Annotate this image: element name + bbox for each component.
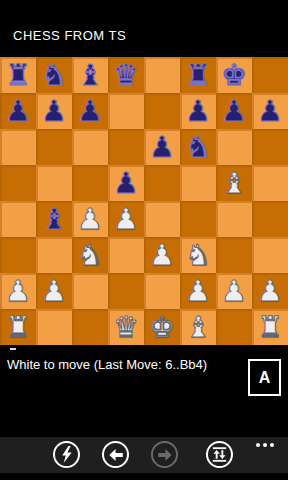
- square-f3[interactable]: ♞: [180, 237, 216, 273]
- flip-board-button[interactable]: [206, 441, 233, 468]
- square-h8[interactable]: [252, 57, 288, 93]
- square-d7[interactable]: [108, 93, 144, 129]
- square-h2[interactable]: ♟: [252, 273, 288, 309]
- square-c3[interactable]: ♞: [72, 237, 108, 273]
- square-f6[interactable]: ♞: [180, 129, 216, 165]
- square-d4[interactable]: ♟: [108, 201, 144, 237]
- square-g5[interactable]: ♝: [216, 165, 252, 201]
- square-b1[interactable]: [36, 309, 72, 345]
- square-c2[interactable]: [72, 273, 108, 309]
- square-h6[interactable]: [252, 129, 288, 165]
- square-h3[interactable]: [252, 237, 288, 273]
- piece-white-bishop: ♝: [180, 309, 216, 345]
- chess-board: ♜♞♝♛♜♚♟♟♟♟♟♟♟♞♟♝♝♟♟♞♟♞♟♟♟♟♟♜♛♚♝♜: [0, 57, 288, 345]
- piece-white-king: ♚: [144, 309, 180, 345]
- square-a5[interactable]: [0, 165, 36, 201]
- square-g7[interactable]: ♟: [216, 93, 252, 129]
- lightning-icon: [57, 445, 76, 464]
- square-e2[interactable]: [144, 273, 180, 309]
- flip-board-icon: [210, 445, 229, 464]
- square-f2[interactable]: ♟: [180, 273, 216, 309]
- square-f5[interactable]: [180, 165, 216, 201]
- piece-black-knight: ♞: [36, 57, 72, 93]
- square-e4[interactable]: [144, 201, 180, 237]
- piece-white-pawn: ♟: [0, 273, 36, 309]
- piece-white-rook: ♜: [0, 309, 36, 345]
- status-text: White to move (Last Move: 6..Bb4): [7, 357, 207, 372]
- hint-button[interactable]: [53, 441, 80, 468]
- redo-button[interactable]: [151, 441, 178, 468]
- piece-white-pawn: ♟: [108, 201, 144, 237]
- piece-black-pawn: ♟: [144, 129, 180, 165]
- square-a3[interactable]: [0, 237, 36, 273]
- square-f1[interactable]: ♝: [180, 309, 216, 345]
- square-g2[interactable]: ♟: [216, 273, 252, 309]
- square-a8[interactable]: ♜: [0, 57, 36, 93]
- piece-white-queen: ♛: [108, 309, 144, 345]
- app-titlebar: CHESS FROM TS: [0, 0, 288, 57]
- ellipsis-icon: [256, 443, 260, 447]
- square-b3[interactable]: [36, 237, 72, 273]
- more-options-button[interactable]: [256, 443, 274, 447]
- square-d3[interactable]: [108, 237, 144, 273]
- square-e3[interactable]: ♟: [144, 237, 180, 273]
- square-e5[interactable]: [144, 165, 180, 201]
- square-b7[interactable]: ♟: [36, 93, 72, 129]
- square-g8[interactable]: ♚: [216, 57, 252, 93]
- piece-black-king: ♚: [216, 57, 252, 93]
- piece-black-pawn: ♟: [72, 93, 108, 129]
- square-f8[interactable]: ♜: [180, 57, 216, 93]
- piece-black-bishop: ♝: [36, 201, 72, 237]
- square-g6[interactable]: [216, 129, 252, 165]
- undo-button[interactable]: [102, 441, 129, 468]
- square-h5[interactable]: [252, 165, 288, 201]
- square-e6[interactable]: ♟: [144, 129, 180, 165]
- piece-black-pawn: ♟: [216, 93, 252, 129]
- square-g1[interactable]: [216, 309, 252, 345]
- square-d6[interactable]: [108, 129, 144, 165]
- piece-white-rook: ♜: [252, 309, 288, 345]
- square-h7[interactable]: ♟: [252, 93, 288, 129]
- arrow-right-icon: [156, 446, 174, 464]
- square-a6[interactable]: [0, 129, 36, 165]
- piece-black-queen: ♛: [108, 57, 144, 93]
- annotation-badge-label: A: [259, 369, 271, 387]
- square-e1[interactable]: ♚: [144, 309, 180, 345]
- piece-black-pawn: ♟: [0, 93, 36, 129]
- square-c7[interactable]: ♟: [72, 93, 108, 129]
- app-screen: CHESS FROM TS ♜♞♝♛♜♚♟♟♟♟♟♟♟♞♟♝♝♟♟♞♟♞♟♟♟♟…: [0, 0, 288, 480]
- piece-black-rook: ♜: [0, 57, 36, 93]
- square-c1[interactable]: [72, 309, 108, 345]
- square-b5[interactable]: [36, 165, 72, 201]
- piece-white-pawn: ♟: [252, 273, 288, 309]
- square-c4[interactable]: ♟: [72, 201, 108, 237]
- square-b8[interactable]: ♞: [36, 57, 72, 93]
- annotation-badge[interactable]: A: [248, 359, 281, 396]
- square-a7[interactable]: ♟: [0, 93, 36, 129]
- piece-white-pawn: ♟: [72, 201, 108, 237]
- square-h1[interactable]: ♜: [252, 309, 288, 345]
- cursor-dash: [10, 348, 16, 350]
- piece-black-knight: ♞: [180, 129, 216, 165]
- square-f7[interactable]: ♟: [180, 93, 216, 129]
- square-b2[interactable]: ♟: [36, 273, 72, 309]
- status-area: White to move (Last Move: 6..Bb4) A: [0, 345, 288, 437]
- app-title: CHESS FROM TS: [13, 28, 126, 43]
- square-b6[interactable]: [36, 129, 72, 165]
- piece-black-pawn: ♟: [36, 93, 72, 129]
- piece-white-pawn: ♟: [180, 273, 216, 309]
- square-c8[interactable]: ♝: [72, 57, 108, 93]
- piece-black-rook: ♜: [180, 57, 216, 93]
- app-bar: [0, 437, 288, 473]
- square-d5[interactable]: ♟: [108, 165, 144, 201]
- square-f4[interactable]: [180, 201, 216, 237]
- square-e7[interactable]: [144, 93, 180, 129]
- piece-white-pawn: ♟: [216, 273, 252, 309]
- piece-white-pawn: ♟: [36, 273, 72, 309]
- piece-white-knight: ♞: [72, 237, 108, 273]
- square-h4[interactable]: [252, 201, 288, 237]
- square-d2[interactable]: [108, 273, 144, 309]
- square-d1[interactable]: ♛: [108, 309, 144, 345]
- piece-white-pawn: ♟: [144, 237, 180, 273]
- square-d8[interactable]: ♛: [108, 57, 144, 93]
- piece-white-bishop: ♝: [216, 165, 252, 201]
- piece-black-pawn: ♟: [108, 165, 144, 201]
- square-a2[interactable]: ♟: [0, 273, 36, 309]
- arrow-left-icon: [107, 446, 125, 464]
- square-c6[interactable]: [72, 129, 108, 165]
- square-a1[interactable]: ♜: [0, 309, 36, 345]
- square-g3[interactable]: [216, 237, 252, 273]
- piece-white-knight: ♞: [180, 237, 216, 273]
- piece-black-bishop: ♝: [72, 57, 108, 93]
- square-e8[interactable]: [144, 57, 180, 93]
- piece-black-pawn: ♟: [180, 93, 216, 129]
- square-c5[interactable]: [72, 165, 108, 201]
- square-b4[interactable]: ♝: [36, 201, 72, 237]
- piece-black-pawn: ♟: [252, 93, 288, 129]
- square-g4[interactable]: [216, 201, 252, 237]
- square-a4[interactable]: [0, 201, 36, 237]
